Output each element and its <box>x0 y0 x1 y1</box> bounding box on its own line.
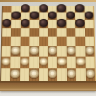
dark-piece[interactable] <box>57 19 66 27</box>
light-piece[interactable] <box>20 57 29 66</box>
dark-piece[interactable] <box>75 19 84 27</box>
light-piece[interactable] <box>11 46 20 54</box>
board-frame-far-edge <box>0 0 96 2</box>
board-frame-front-edge <box>0 81 96 91</box>
light-piece[interactable] <box>48 46 57 54</box>
square-r2c6[interactable] <box>57 20 66 28</box>
square-r3c7[interactable] <box>66 28 75 37</box>
square-r3c0[interactable] <box>2 28 11 37</box>
square-r1c9[interactable] <box>84 13 93 20</box>
square-r3c8[interactable] <box>75 28 84 37</box>
dark-piece[interactable] <box>39 19 48 27</box>
checkers-photo <box>0 0 96 96</box>
light-piece[interactable] <box>57 57 66 66</box>
square-r5c5[interactable] <box>48 46 57 57</box>
square-r2c0[interactable] <box>2 20 11 28</box>
square-r7c2[interactable] <box>20 68 30 81</box>
square-r1c3[interactable] <box>30 13 39 20</box>
square-r6c7[interactable] <box>67 57 76 68</box>
square-r4c4[interactable] <box>39 37 48 46</box>
square-r4c0[interactable] <box>2 37 11 46</box>
square-r2c2[interactable] <box>21 20 30 28</box>
square-r4c1[interactable] <box>11 37 20 46</box>
light-piece[interactable] <box>10 69 20 78</box>
square-r4c2[interactable] <box>20 37 29 46</box>
square-r2c5[interactable] <box>48 20 57 28</box>
light-piece[interactable] <box>39 57 48 66</box>
light-piece[interactable] <box>67 69 76 78</box>
square-r7c8[interactable] <box>76 68 86 81</box>
square-r6c5[interactable] <box>48 57 57 68</box>
square-r7c0[interactable] <box>1 68 11 81</box>
square-r3c3[interactable] <box>30 28 39 37</box>
square-r3c9[interactable] <box>85 28 94 37</box>
square-r2c1[interactable] <box>11 20 20 28</box>
light-piece[interactable] <box>29 69 38 78</box>
square-r3c5[interactable] <box>48 28 57 37</box>
square-r2c4[interactable] <box>39 20 48 28</box>
square-r1c7[interactable] <box>66 13 75 20</box>
dark-piece[interactable] <box>30 11 39 19</box>
light-piece[interactable] <box>29 46 38 54</box>
square-r5c2[interactable] <box>20 46 29 57</box>
dark-piece[interactable] <box>2 19 11 27</box>
square-r1c5[interactable] <box>48 13 57 20</box>
dark-piece[interactable] <box>12 11 21 19</box>
square-r2c3[interactable] <box>30 20 39 28</box>
square-r6c3[interactable] <box>29 57 38 68</box>
square-r5c8[interactable] <box>76 46 85 57</box>
square-r5c6[interactable] <box>57 46 66 57</box>
square-r5c7[interactable] <box>66 46 75 57</box>
square-r3c6[interactable] <box>57 28 66 37</box>
square-r4c7[interactable] <box>66 37 75 46</box>
square-r7c3[interactable] <box>29 68 38 81</box>
square-r7c1[interactable] <box>10 68 20 81</box>
light-piece[interactable] <box>85 69 95 78</box>
square-r5c4[interactable] <box>39 46 48 57</box>
square-r3c2[interactable] <box>20 28 29 37</box>
square-r1c1[interactable] <box>12 13 21 20</box>
square-r4c3[interactable] <box>30 37 39 46</box>
square-r2c7[interactable] <box>66 20 75 28</box>
square-r7c5[interactable] <box>48 68 57 81</box>
light-piece[interactable] <box>85 46 94 54</box>
square-r7c4[interactable] <box>39 68 48 81</box>
square-r3c1[interactable] <box>11 28 20 37</box>
square-r6c4[interactable] <box>39 57 48 68</box>
dark-piece[interactable] <box>66 11 75 19</box>
square-r5c3[interactable] <box>29 46 38 57</box>
light-piece[interactable] <box>66 46 75 54</box>
square-r7c9[interactable] <box>85 68 95 81</box>
square-r6c2[interactable] <box>20 57 29 68</box>
dark-piece[interactable] <box>57 4 66 12</box>
square-r6c6[interactable] <box>57 57 66 68</box>
board-squares-grid <box>0 6 96 81</box>
dark-piece[interactable] <box>21 4 30 12</box>
square-r7c7[interactable] <box>67 68 77 81</box>
dark-piece[interactable] <box>84 11 93 19</box>
dark-piece[interactable] <box>75 4 84 12</box>
dark-piece[interactable] <box>48 11 57 19</box>
square-r5c0[interactable] <box>2 46 11 57</box>
dark-piece[interactable] <box>21 19 30 27</box>
square-r4c6[interactable] <box>57 37 66 46</box>
dark-piece[interactable] <box>39 4 48 12</box>
square-r6c8[interactable] <box>76 57 86 68</box>
square-r4c9[interactable] <box>85 37 94 46</box>
square-r6c0[interactable] <box>1 57 11 68</box>
light-piece[interactable] <box>48 69 57 78</box>
square-r2c9[interactable] <box>84 20 93 28</box>
square-r3c4[interactable] <box>39 28 48 37</box>
square-r6c9[interactable] <box>85 57 95 68</box>
square-r5c9[interactable] <box>85 46 94 57</box>
square-r7c6[interactable] <box>57 68 66 81</box>
square-r4c5[interactable] <box>48 37 57 46</box>
square-r2c8[interactable] <box>75 20 84 28</box>
light-piece[interactable] <box>76 57 85 66</box>
light-piece[interactable] <box>1 57 10 66</box>
square-r4c8[interactable] <box>76 37 85 46</box>
square-r5c1[interactable] <box>11 46 20 57</box>
square-r6c1[interactable] <box>11 57 21 68</box>
checkers-board <box>0 0 96 91</box>
